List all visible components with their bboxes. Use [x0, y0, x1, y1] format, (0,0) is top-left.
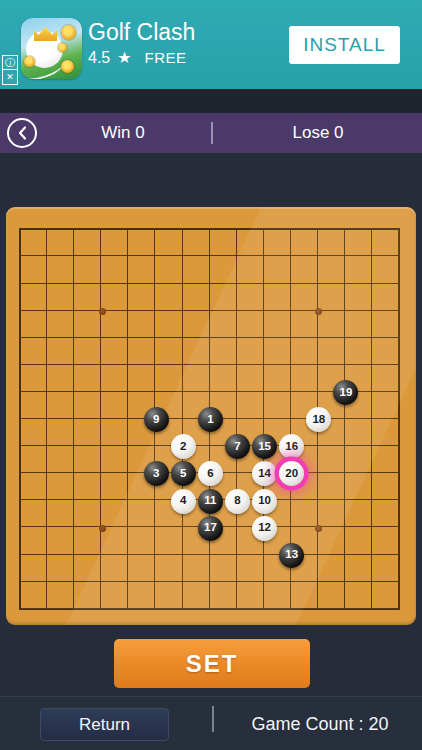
- ad-rating-row: 4.5 ★ FREE: [88, 48, 187, 67]
- stones-layer: 1234567891011121314151617181920: [6, 207, 416, 625]
- stone-number: 20: [285, 468, 298, 480]
- stone-number: 16: [285, 441, 298, 453]
- stone-number: 8: [234, 495, 240, 507]
- stone-17: 17: [198, 516, 223, 541]
- ad-controls: ⓘ ✕: [2, 55, 18, 85]
- ad-close-icon[interactable]: ✕: [3, 70, 17, 84]
- stone-number: 9: [153, 414, 159, 426]
- stone-number: 14: [258, 468, 271, 480]
- game-count: Game Count : 20: [251, 713, 388, 734]
- status-strip: [0, 89, 422, 113]
- stone-16: 16: [279, 434, 304, 459]
- stone-number: 19: [339, 387, 352, 399]
- stone-10: 10: [252, 489, 277, 514]
- flower-decoration: [61, 25, 76, 40]
- win-count: Win 0: [101, 123, 144, 143]
- score-bar: Win 0 Lose 0: [0, 113, 422, 153]
- go-board[interactable]: 1234567891011121314151617181920: [6, 207, 416, 625]
- stone-14: 14: [252, 461, 277, 486]
- crown-icon: [34, 27, 57, 41]
- stone-7: 7: [225, 434, 250, 459]
- ad-info-icon[interactable]: ⓘ: [3, 56, 17, 70]
- ad-banner[interactable]: ⓘ ✕ Golf Clash 4.5 ★ FREE INSTALL: [0, 0, 422, 89]
- set-button[interactable]: SET: [114, 639, 310, 688]
- flower-decoration: [58, 43, 67, 52]
- stone-number: 13: [285, 549, 298, 561]
- stone-4: 4: [171, 489, 196, 514]
- stone-number: 10: [258, 495, 271, 507]
- chevron-left-icon: [17, 125, 28, 141]
- stone-9: 9: [144, 407, 169, 432]
- stone-13: 13: [279, 543, 304, 568]
- stone-number: 11: [204, 495, 216, 507]
- stone-number: 7: [234, 441, 240, 453]
- stone-number: 1: [207, 414, 213, 426]
- stone-number: 5: [180, 468, 186, 480]
- star-icon: ★: [117, 48, 131, 67]
- stone-8: 8: [225, 489, 250, 514]
- stone-number: 2: [180, 441, 186, 453]
- ad-price: FREE: [145, 49, 187, 66]
- stone-3: 3: [144, 461, 169, 486]
- stone-number: 17: [204, 522, 217, 534]
- ad-rating-value: 4.5: [88, 49, 110, 67]
- stone-number: 15: [258, 441, 271, 453]
- score-divider: [211, 122, 213, 144]
- back-button[interactable]: [7, 118, 37, 148]
- stone-5: 5: [171, 461, 196, 486]
- lose-count: Lose 0: [292, 123, 343, 143]
- stone-number: 4: [180, 495, 186, 507]
- stone-1: 1: [198, 407, 223, 432]
- stone-number: 18: [312, 414, 325, 426]
- stone-12: 12: [252, 516, 277, 541]
- stone-20-last-move: 20: [279, 461, 304, 486]
- return-button[interactable]: Return: [40, 708, 169, 741]
- ad-app-title: Golf Clash: [88, 19, 195, 46]
- golf-clash-app-icon[interactable]: [21, 18, 82, 79]
- install-button[interactable]: INSTALL: [289, 26, 400, 64]
- stone-19: 19: [333, 380, 358, 405]
- footer-divider: [212, 706, 214, 732]
- stone-2: 2: [171, 434, 196, 459]
- stone-11: 11: [198, 489, 223, 514]
- stone-number: 12: [258, 522, 271, 534]
- stone-number: 6: [207, 468, 213, 480]
- app-screen: ⓘ ✕ Golf Clash 4.5 ★ FREE INSTALL Win 0: [0, 0, 422, 750]
- stone-15: 15: [252, 434, 277, 459]
- flower-decoration: [61, 60, 74, 73]
- stone-number: 3: [153, 468, 159, 480]
- stone-18: 18: [306, 407, 331, 432]
- bottom-bar: Return Game Count : 20: [0, 696, 422, 750]
- stone-6: 6: [198, 461, 223, 486]
- flower-decoration: [24, 56, 35, 67]
